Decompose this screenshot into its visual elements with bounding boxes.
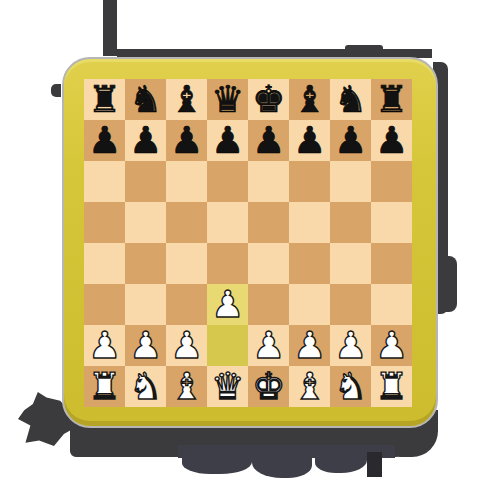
square-g1[interactable]: ♞ bbox=[330, 366, 371, 407]
piece-white-pawn[interactable]: ♟ bbox=[330, 325, 371, 366]
square-c3[interactable] bbox=[166, 284, 207, 325]
piece-black-pawn[interactable]: ♟ bbox=[289, 120, 330, 161]
shadow-blob-3 bbox=[315, 447, 367, 473]
square-f8[interactable]: ♝ bbox=[289, 79, 330, 120]
piece-white-queen[interactable]: ♛ bbox=[207, 366, 248, 407]
shadow-notch-left bbox=[51, 84, 61, 97]
piece-white-pawn[interactable]: ♟ bbox=[248, 325, 289, 366]
square-e3[interactable] bbox=[248, 284, 289, 325]
piece-white-pawn[interactable]: ♟ bbox=[84, 325, 125, 366]
piece-black-pawn[interactable]: ♟ bbox=[84, 120, 125, 161]
piece-black-pawn[interactable]: ♟ bbox=[125, 120, 166, 161]
piece-black-pawn[interactable]: ♟ bbox=[371, 120, 412, 161]
page-background: ♜♞♝♛♚♝♞♜♟♟♟♟♟♟♟♟♟♟♟♟♟♟♟♟♜♞♝♛♚♝♞♜ bbox=[0, 0, 486, 479]
square-e5[interactable] bbox=[248, 202, 289, 243]
square-a6[interactable] bbox=[84, 161, 125, 202]
square-e8[interactable]: ♚ bbox=[248, 79, 289, 120]
square-a5[interactable] bbox=[84, 202, 125, 243]
square-g2[interactable]: ♟ bbox=[330, 325, 371, 366]
shadow-blob-2 bbox=[252, 447, 312, 478]
piece-black-queen[interactable]: ♛ bbox=[207, 79, 248, 120]
square-d7[interactable]: ♟ bbox=[207, 120, 248, 161]
piece-white-king[interactable]: ♚ bbox=[248, 366, 289, 407]
square-c6[interactable] bbox=[166, 161, 207, 202]
square-g4[interactable] bbox=[330, 243, 371, 284]
chess-board[interactable]: ♜♞♝♛♚♝♞♜♟♟♟♟♟♟♟♟♟♟♟♟♟♟♟♟♜♞♝♛♚♝♞♜ bbox=[84, 79, 412, 407]
piece-white-pawn[interactable]: ♟ bbox=[289, 325, 330, 366]
square-d3[interactable]: ♟ bbox=[207, 284, 248, 325]
square-g8[interactable]: ♞ bbox=[330, 79, 371, 120]
square-b6[interactable] bbox=[125, 161, 166, 202]
piece-white-bishop[interactable]: ♝ bbox=[289, 366, 330, 407]
piece-white-rook[interactable]: ♜ bbox=[371, 366, 412, 407]
square-b3[interactable] bbox=[125, 284, 166, 325]
square-h8[interactable]: ♜ bbox=[371, 79, 412, 120]
square-c5[interactable] bbox=[166, 202, 207, 243]
piece-black-pawn[interactable]: ♟ bbox=[330, 120, 371, 161]
square-h5[interactable] bbox=[371, 202, 412, 243]
square-e2[interactable]: ♟ bbox=[248, 325, 289, 366]
square-c7[interactable]: ♟ bbox=[166, 120, 207, 161]
piece-white-knight[interactable]: ♞ bbox=[125, 366, 166, 407]
piece-black-knight[interactable]: ♞ bbox=[125, 79, 166, 120]
square-a8[interactable]: ♜ bbox=[84, 79, 125, 120]
square-h7[interactable]: ♟ bbox=[371, 120, 412, 161]
square-a2[interactable]: ♟ bbox=[84, 325, 125, 366]
square-b7[interactable]: ♟ bbox=[125, 120, 166, 161]
piece-black-bishop[interactable]: ♝ bbox=[166, 79, 207, 120]
piece-black-pawn[interactable]: ♟ bbox=[248, 120, 289, 161]
square-c4[interactable] bbox=[166, 243, 207, 284]
square-h3[interactable] bbox=[371, 284, 412, 325]
square-h6[interactable] bbox=[371, 161, 412, 202]
square-c8[interactable]: ♝ bbox=[166, 79, 207, 120]
shadow-blob-1 bbox=[182, 447, 252, 474]
square-b5[interactable] bbox=[125, 202, 166, 243]
piece-white-pawn[interactable]: ♟ bbox=[207, 284, 248, 325]
square-f5[interactable] bbox=[289, 202, 330, 243]
square-b2[interactable]: ♟ bbox=[125, 325, 166, 366]
square-e6[interactable] bbox=[248, 161, 289, 202]
square-d4[interactable] bbox=[207, 243, 248, 284]
piece-black-pawn[interactable]: ♟ bbox=[166, 120, 207, 161]
square-c2[interactable]: ♟ bbox=[166, 325, 207, 366]
square-e7[interactable]: ♟ bbox=[248, 120, 289, 161]
piece-white-pawn[interactable]: ♟ bbox=[166, 325, 207, 366]
square-d6[interactable] bbox=[207, 161, 248, 202]
chess-board-frame: ♜♞♝♛♚♝♞♜♟♟♟♟♟♟♟♟♟♟♟♟♟♟♟♟♜♞♝♛♚♝♞♜ bbox=[62, 57, 438, 428]
square-b8[interactable]: ♞ bbox=[125, 79, 166, 120]
square-a1[interactable]: ♜ bbox=[84, 366, 125, 407]
square-f2[interactable]: ♟ bbox=[289, 325, 330, 366]
square-f7[interactable]: ♟ bbox=[289, 120, 330, 161]
piece-black-rook[interactable]: ♜ bbox=[84, 79, 125, 120]
square-h1[interactable]: ♜ bbox=[371, 366, 412, 407]
piece-black-pawn[interactable]: ♟ bbox=[207, 120, 248, 161]
square-b4[interactable] bbox=[125, 243, 166, 284]
square-f4[interactable] bbox=[289, 243, 330, 284]
square-a3[interactable] bbox=[84, 284, 125, 325]
square-f3[interactable] bbox=[289, 284, 330, 325]
piece-white-pawn[interactable]: ♟ bbox=[125, 325, 166, 366]
piece-black-bishop[interactable]: ♝ bbox=[289, 79, 330, 120]
piece-black-rook[interactable]: ♜ bbox=[371, 79, 412, 120]
square-a7[interactable]: ♟ bbox=[84, 120, 125, 161]
square-d1[interactable]: ♛ bbox=[207, 366, 248, 407]
square-d8[interactable]: ♛ bbox=[207, 79, 248, 120]
square-g6[interactable] bbox=[330, 161, 371, 202]
square-a4[interactable] bbox=[84, 243, 125, 284]
square-e1[interactable]: ♚ bbox=[248, 366, 289, 407]
square-g7[interactable]: ♟ bbox=[330, 120, 371, 161]
piece-white-rook[interactable]: ♜ bbox=[84, 366, 125, 407]
piece-white-pawn[interactable]: ♟ bbox=[371, 325, 412, 366]
square-d2[interactable] bbox=[207, 325, 248, 366]
piece-black-king[interactable]: ♚ bbox=[248, 79, 289, 120]
square-h2[interactable]: ♟ bbox=[371, 325, 412, 366]
shadow-bar-top bbox=[103, 0, 117, 56]
square-g3[interactable] bbox=[330, 284, 371, 325]
piece-black-knight[interactable]: ♞ bbox=[330, 79, 371, 120]
square-c1[interactable]: ♝ bbox=[166, 366, 207, 407]
square-b1[interactable]: ♞ bbox=[125, 366, 166, 407]
shadow-dark-rect bbox=[367, 452, 382, 477]
square-f6[interactable] bbox=[289, 161, 330, 202]
square-f1[interactable]: ♝ bbox=[289, 366, 330, 407]
square-h4[interactable] bbox=[371, 243, 412, 284]
square-g5[interactable] bbox=[330, 202, 371, 243]
piece-white-bishop[interactable]: ♝ bbox=[166, 366, 207, 407]
piece-white-knight[interactable]: ♞ bbox=[330, 366, 371, 407]
square-e4[interactable] bbox=[248, 243, 289, 284]
square-d5[interactable] bbox=[207, 202, 248, 243]
